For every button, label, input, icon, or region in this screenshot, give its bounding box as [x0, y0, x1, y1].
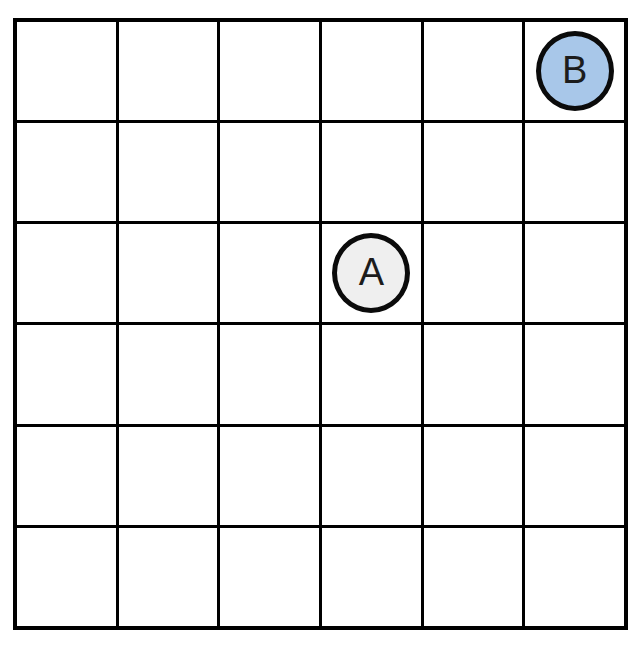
grid-cell-r4c4 — [322, 325, 421, 423]
grid-cell-r1c5 — [424, 22, 523, 120]
grid-cell-r6c6 — [525, 528, 624, 626]
grid-cell-r6c5 — [424, 528, 523, 626]
grid-cell-r6c2 — [119, 528, 218, 626]
grid-cell-r5c2 — [119, 427, 218, 525]
grid-cell-r3c2 — [119, 224, 218, 322]
grid-cell-r5c5 — [424, 427, 523, 525]
grid-cell-r5c1 — [17, 427, 116, 525]
grid-cell-r1c6: B — [525, 22, 624, 120]
grid-cell-r5c6 — [525, 427, 624, 525]
grid-cell-r5c3 — [220, 427, 319, 525]
grid-cell-r1c3 — [220, 22, 319, 120]
grid-cell-r2c6 — [525, 123, 624, 221]
grid-cell-r1c4 — [322, 22, 421, 120]
grid-cell-r6c3 — [220, 528, 319, 626]
grid-cell-r4c5 — [424, 325, 523, 423]
marker-b: B — [536, 31, 614, 111]
page-background: BA — [0, 0, 640, 649]
grid-cell-r1c2 — [119, 22, 218, 120]
grid-cell-r3c4: A — [322, 224, 421, 322]
grid-cell-r2c1 — [17, 123, 116, 221]
grid-cell-r6c1 — [17, 528, 116, 626]
marker-a: A — [332, 233, 410, 313]
grid-cell-r3c3 — [220, 224, 319, 322]
grid-cell-r4c6 — [525, 325, 624, 423]
grid-cell-r2c3 — [220, 123, 319, 221]
grid-cell-r2c2 — [119, 123, 218, 221]
grid-cell-r5c4 — [322, 427, 421, 525]
grid-board: BA — [13, 18, 628, 630]
grid-cell-r2c5 — [424, 123, 523, 221]
grid-cell-r4c3 — [220, 325, 319, 423]
grid-cell-r3c1 — [17, 224, 116, 322]
grid-cell-r1c1 — [17, 22, 116, 120]
grid-cell-r3c6 — [525, 224, 624, 322]
grid-cell-r4c2 — [119, 325, 218, 423]
grid-cell-r6c4 — [322, 528, 421, 626]
grid-cell-r2c4 — [322, 123, 421, 221]
grid-cell-r4c1 — [17, 325, 116, 423]
grid-cell-r3c5 — [424, 224, 523, 322]
